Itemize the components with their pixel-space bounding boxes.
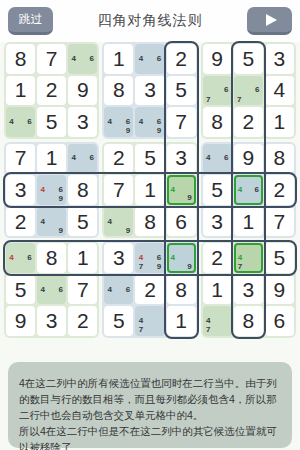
candidate-r5c2-2	[47, 176, 56, 185]
play-triangle-icon	[266, 14, 277, 26]
candidate-r7c5-2	[145, 244, 154, 253]
cell-r3c7[interactable]: 8	[203, 107, 232, 137]
candidate-r8c4-6: 6	[123, 285, 132, 294]
candidate-r1c5-5	[145, 54, 154, 63]
cell-r4c8[interactable]: 9	[234, 144, 263, 174]
candidate-r9c5-5	[145, 317, 154, 326]
box-3: 95367674821	[201, 42, 296, 139]
cell-r6c5[interactable]: 8	[135, 207, 164, 237]
candidate-r2c7-6: 6	[222, 86, 231, 95]
cell-r5c7[interactable]: 5	[203, 175, 232, 205]
candidate-r6c4-5	[114, 217, 123, 226]
cell-r1c8[interactable]: 5	[234, 44, 263, 74]
candidate-r6c2-3	[56, 208, 65, 217]
candidate-r5c8-6: 6	[253, 186, 261, 195]
candidate-r5c8-4: 4	[236, 186, 244, 195]
candidate-r1c3-2	[78, 45, 87, 54]
cell-r9c4[interactable]: 5	[104, 306, 133, 336]
candidate-r8c2-4: 4	[38, 285, 47, 294]
candidate-r7c8-7: 7	[236, 262, 244, 271]
cell-r6c8[interactable]: 1	[234, 207, 263, 237]
candidate-r8c4-2	[114, 276, 123, 285]
cell-r5c9[interactable]: 2	[265, 175, 294, 205]
cell-r7c6[interactable]: 49	[167, 243, 196, 273]
cell-r7c2[interactable]: 8	[37, 243, 66, 273]
candidate-r3c4-4: 4	[105, 117, 114, 126]
candidate-r7c6-3	[185, 245, 193, 254]
candidate-r8c2-9	[56, 294, 65, 303]
cell-r8c6[interactable]: 8	[167, 275, 196, 305]
cell-r5c2[interactable]: 469	[37, 175, 66, 205]
cell-r6c4[interactable]: 49	[104, 207, 133, 237]
candidate-r8c2-8	[47, 294, 56, 303]
page-title: 四角对角线法则	[98, 12, 203, 30]
candidate-r4c3-2	[78, 145, 87, 154]
candidate-r3c4-1	[105, 108, 114, 117]
cell-r6c7[interactable]: 3	[203, 207, 232, 237]
candidate-r2c8-8	[244, 95, 253, 104]
cell-r6c3[interactable]: 5	[68, 207, 97, 237]
candidate-r3c4-9: 9	[123, 126, 132, 135]
candidate-r7c6-2	[177, 245, 185, 254]
cell-r9c7[interactable]: 47	[203, 306, 232, 336]
candidate-r9c5-2	[145, 307, 154, 316]
candidate-r5c8-8	[244, 194, 252, 203]
cell-r3c2[interactable]: 5	[37, 107, 66, 137]
candidate-r2c8-9	[253, 95, 262, 104]
candidate-r8c4-1	[105, 276, 114, 285]
box-1: 87461294653	[4, 42, 99, 139]
cell-r4c7[interactable]: 46	[203, 144, 232, 174]
cell-r2c2[interactable]: 2	[37, 76, 66, 106]
candidate-r2c7-2	[213, 77, 222, 86]
cell-r3c6[interactable]: 7	[167, 107, 196, 137]
candidate-r8c4-5	[114, 285, 123, 294]
explanation-panel: 4在这二列中的所有候选位置也同时在二行当中。由于列的数目与行的数目相等，而且每列…	[8, 362, 292, 448]
candidate-r9c7-5	[213, 317, 222, 326]
candidate-r7c1-6: 6	[25, 254, 34, 263]
cell-r8c1[interactable]: 5	[6, 275, 35, 305]
candidate-r6c4-1	[105, 208, 114, 217]
cell-r2c3[interactable]: 9	[68, 76, 97, 106]
candidate-r6c4-7	[105, 226, 114, 235]
cell-r4c5[interactable]: 5	[135, 144, 164, 174]
candidate-r7c8-9	[253, 262, 261, 271]
candidate-r8c4-7	[105, 294, 114, 303]
skip-button[interactable]: 跳过	[8, 7, 53, 35]
candidate-r6c4-6	[123, 217, 132, 226]
cell-r2c7[interactable]: 67	[203, 76, 232, 106]
candidate-r2c8-2	[244, 77, 253, 86]
cell-r7c7[interactable]: 2	[203, 243, 232, 273]
candidate-r5c6-8	[177, 194, 185, 203]
cell-r8c7[interactable]: 1	[203, 275, 232, 305]
cell-r1c7[interactable]: 9	[203, 44, 232, 74]
cell-r3c4[interactable]: 469	[104, 107, 133, 137]
candidate-r1c3-3	[87, 45, 96, 54]
cell-r4c2[interactable]: 1	[37, 144, 66, 174]
candidate-r2c7-7: 7	[204, 95, 213, 104]
candidate-r2c8-5	[244, 86, 253, 95]
candidate-r5c2-1	[38, 176, 47, 185]
candidate-r6c4-4: 4	[105, 217, 114, 226]
candidate-r7c8-8	[244, 262, 252, 271]
candidate-r7c1-2	[16, 244, 25, 253]
candidate-r7c6-8	[177, 262, 185, 271]
cell-r8c4[interactable]: 46	[104, 275, 133, 305]
candidate-r3c1-9	[25, 126, 34, 135]
cell-r4c3[interactable]: 46	[68, 144, 97, 174]
candidate-r2c8-4	[235, 86, 244, 95]
candidate-r5c6-7	[169, 194, 177, 203]
candidate-r4c3-8	[78, 163, 87, 172]
candidate-r3c1-6: 6	[25, 117, 34, 126]
cell-r1c1[interactable]: 8	[6, 44, 35, 74]
cell-r7c1[interactable]: 46	[6, 243, 35, 273]
candidate-r3c5-5	[145, 117, 154, 126]
candidate-r4c7-9	[222, 163, 231, 172]
cell-r5c4[interactable]: 7	[104, 175, 133, 205]
cell-r9c9[interactable]: 6	[265, 306, 294, 336]
explanation-paragraph-2: 所以4在这二行中但是不在这二列中的其它候选位置就可以被移除了。	[19, 423, 281, 450]
candidate-r9c5-8	[145, 326, 154, 335]
candidate-r8c2-3	[56, 276, 65, 285]
top-bar: 跳过 四角对角线法则	[0, 0, 300, 42]
cell-r8c9[interactable]: 9	[265, 275, 294, 305]
candidate-r4c3-5	[78, 154, 87, 163]
candidate-r1c5-1	[136, 45, 145, 54]
cell-r6c2[interactable]: 49	[37, 207, 66, 237]
cell-r6c6[interactable]: 6	[167, 207, 196, 237]
candidate-r3c5-8	[145, 126, 154, 135]
candidate-r7c1-7	[7, 263, 16, 272]
candidate-r1c5-4: 4	[136, 54, 145, 63]
candidate-r2c7-9	[222, 95, 231, 104]
candidate-r8c2-1	[38, 276, 47, 285]
cell-r5c6[interactable]: 49	[167, 175, 196, 205]
candidate-r8c4-3	[123, 276, 132, 285]
candidate-r5c6-2	[177, 177, 185, 186]
box-6: 46985462317	[201, 142, 296, 239]
box-4: 7146346982495	[4, 142, 99, 239]
cell-r2c6[interactable]: 5	[167, 76, 196, 106]
box-7: 46815467932	[4, 241, 99, 338]
candidate-r9c7-3	[222, 307, 231, 316]
candidate-r1c5-8	[145, 63, 154, 72]
candidate-r5c2-8	[47, 195, 56, 204]
cell-r2c8[interactable]: 67	[234, 76, 263, 106]
candidate-r4c7-7	[204, 163, 213, 172]
candidate-r9c5-3	[155, 307, 164, 316]
candidate-r6c4-3	[123, 208, 132, 217]
candidate-r6c2-6	[56, 217, 65, 226]
cell-r5c5[interactable]: 1	[135, 175, 164, 205]
cell-r4c1[interactable]: 7	[6, 144, 35, 174]
candidate-r1c5-2	[145, 45, 154, 54]
candidate-r2c7-1	[204, 77, 213, 86]
cell-r4c6[interactable]: 3	[167, 144, 196, 174]
cell-r2c5[interactable]: 3	[135, 76, 164, 106]
candidate-r7c1-4: 4	[7, 254, 16, 263]
candidate-r9c7-9	[222, 326, 231, 335]
cell-r1c5[interactable]: 46	[135, 44, 164, 74]
candidate-r7c8-3	[253, 245, 261, 254]
cell-r1c3[interactable]: 46	[68, 44, 97, 74]
candidate-r3c4-8	[114, 126, 123, 135]
candidate-r6c2-1	[38, 208, 47, 217]
candidate-r1c5-3	[155, 45, 164, 54]
candidate-r5c6-9: 9	[185, 194, 193, 203]
candidate-r5c6-5	[177, 186, 185, 195]
candidate-r9c7-2	[213, 307, 222, 316]
cell-r9c8[interactable]: 8	[234, 306, 263, 336]
candidate-r4c7-8	[213, 163, 222, 172]
candidate-r6c2-4: 4	[38, 217, 47, 226]
candidate-r2c7-8	[213, 95, 222, 104]
cell-r9c1[interactable]: 9	[6, 306, 35, 336]
cell-r2c4[interactable]: 8	[104, 76, 133, 106]
candidate-r7c5-9: 9	[155, 263, 164, 272]
candidate-r5c8-9	[253, 194, 261, 203]
candidate-r6c2-8	[47, 226, 56, 235]
candidate-r4c7-6: 6	[222, 154, 231, 163]
candidate-r4c7-4: 4	[204, 154, 213, 163]
candidate-r6c2-2	[47, 208, 56, 217]
candidate-r7c6-4: 4	[169, 254, 177, 263]
candidate-r8c4-8	[114, 294, 123, 303]
cell-r3c3[interactable]: 3	[68, 107, 97, 137]
cell-r3c1[interactable]: 46	[6, 107, 35, 137]
candidate-r9c5-7: 7	[136, 326, 145, 335]
cell-r2c9[interactable]: 4	[265, 76, 294, 106]
cell-r1c4[interactable]: 1	[104, 44, 133, 74]
cell-r8c3[interactable]: 7	[68, 275, 97, 305]
play-button[interactable]	[247, 7, 292, 35]
candidate-r3c5-1	[136, 108, 145, 117]
cell-r4c4[interactable]: 2	[104, 144, 133, 174]
candidate-r3c5-2	[145, 108, 154, 117]
cell-r8c5[interactable]: 2	[135, 275, 164, 305]
candidate-r3c5-3	[155, 108, 164, 117]
candidate-r4c7-5	[213, 154, 222, 163]
candidate-r6c4-9: 9	[123, 226, 132, 235]
candidate-r8c4-9	[123, 294, 132, 303]
candidate-r3c1-3	[25, 108, 34, 117]
candidate-r4c7-2	[213, 145, 222, 154]
cell-r8c8[interactable]: 3	[234, 275, 263, 305]
cell-r4c9[interactable]: 8	[265, 144, 294, 174]
candidate-r5c2-9: 9	[56, 195, 65, 204]
cell-r7c5[interactable]: 4679	[135, 243, 164, 273]
candidate-r7c1-8	[16, 263, 25, 272]
candidate-r7c5-5	[145, 254, 154, 263]
candidate-r9c7-6	[222, 317, 231, 326]
candidate-r2c7-4	[204, 86, 213, 95]
box-9: 24751394786	[201, 241, 296, 338]
candidate-r4c3-9	[87, 163, 96, 172]
candidate-r5c2-7	[38, 195, 47, 204]
cell-r9c2[interactable]: 3	[37, 306, 66, 336]
candidate-r6c2-9: 9	[56, 226, 65, 235]
candidate-r4c3-6: 6	[87, 154, 96, 163]
candidate-r5c6-4: 4	[169, 186, 177, 195]
candidate-r3c1-2	[16, 108, 25, 117]
candidate-r1c3-4: 4	[69, 54, 78, 63]
cell-r5c3[interactable]: 8	[68, 175, 97, 205]
candidate-r6c2-7	[38, 226, 47, 235]
candidate-r5c2-4: 4	[38, 185, 47, 194]
candidate-r7c6-9: 9	[185, 262, 193, 271]
candidate-r7c6-7	[169, 262, 177, 271]
candidate-r8c2-6: 6	[56, 285, 65, 294]
candidate-r7c1-5	[16, 254, 25, 263]
candidate-r3c5-4: 4	[136, 117, 145, 126]
cell-r7c4[interactable]: 3	[104, 243, 133, 273]
cell-r8c2[interactable]: 46	[37, 275, 66, 305]
candidate-r7c8-5	[244, 254, 252, 263]
candidate-r3c1-8	[16, 126, 25, 135]
candidate-r5c8-5	[244, 186, 252, 195]
box-5: 25371494986	[102, 142, 197, 239]
candidate-r3c5-7	[136, 126, 145, 135]
candidate-r4c3-7	[69, 163, 78, 172]
candidate-r3c4-3	[123, 108, 132, 117]
candidate-r8c2-7	[38, 294, 47, 303]
cell-r7c8[interactable]: 47	[234, 243, 263, 273]
candidate-r2c8-1	[235, 77, 244, 86]
candidate-r8c2-2	[47, 276, 56, 285]
candidate-r3c4-7	[105, 126, 114, 135]
skip-button-label: 跳过	[19, 11, 43, 28]
candidate-r3c4-5	[114, 117, 123, 126]
cell-r3c5[interactable]: 469	[135, 107, 164, 137]
cell-r1c2[interactable]: 7	[37, 44, 66, 74]
candidate-r3c5-9: 9	[155, 126, 164, 135]
candidate-r7c8-2	[244, 245, 252, 254]
candidate-r5c8-7	[236, 194, 244, 203]
candidate-r1c3-8	[78, 63, 87, 72]
candidate-r1c5-6: 6	[155, 54, 164, 63]
cell-r1c6[interactable]: 2	[167, 44, 196, 74]
candidate-r7c5-7: 7	[136, 263, 145, 272]
candidate-r1c3-5	[78, 54, 87, 63]
cell-r6c1[interactable]: 2	[6, 207, 35, 237]
cell-r6c9[interactable]: 7	[265, 207, 294, 237]
candidate-r5c6-3	[185, 177, 193, 186]
candidate-r3c4-2	[114, 108, 123, 117]
cell-r9c6[interactable]: 1	[167, 306, 196, 336]
candidate-r9c7-8	[213, 326, 222, 335]
sudoku-board: 8746129465314628354694697953676748217146…	[4, 42, 296, 338]
candidate-r1c5-7	[136, 63, 145, 72]
candidate-r5c2-3	[56, 176, 65, 185]
box-2: 14628354694697	[102, 42, 197, 139]
candidate-r3c1-1	[7, 108, 16, 117]
box-8: 346794946285471	[102, 241, 197, 338]
cell-r9c3[interactable]: 2	[68, 306, 97, 336]
candidate-r3c1-7	[7, 126, 16, 135]
candidate-r1c3-7	[69, 63, 78, 72]
candidate-r6c2-5	[47, 217, 56, 226]
cell-r1c9[interactable]: 3	[265, 44, 294, 74]
candidate-r2c8-6: 6	[253, 86, 262, 95]
candidate-r5c2-5	[47, 185, 56, 194]
cell-r5c1[interactable]: 3	[6, 175, 35, 205]
cell-r3c8[interactable]: 2	[234, 107, 263, 137]
candidate-r7c8-6	[253, 254, 261, 263]
candidate-r1c5-9	[155, 63, 164, 72]
candidate-r5c8-2	[244, 177, 252, 186]
candidate-r2c7-5	[213, 86, 222, 95]
candidate-r7c6-5	[177, 254, 185, 263]
candidate-r9c7-7: 7	[204, 326, 213, 335]
candidate-r3c1-5	[16, 117, 25, 126]
candidate-r8c2-5	[47, 285, 56, 294]
candidate-r7c1-9	[25, 263, 34, 272]
cell-r7c9[interactable]: 5	[265, 243, 294, 273]
candidate-r1c3-9	[87, 63, 96, 72]
candidate-r1c3-6: 6	[87, 54, 96, 63]
candidate-r9c5-6	[155, 317, 164, 326]
candidate-r8c4-4: 4	[105, 285, 114, 294]
cell-r9c5[interactable]: 47	[135, 306, 164, 336]
candidate-r7c5-8	[145, 263, 154, 272]
candidate-r2c8-7: 7	[235, 95, 244, 104]
cell-r5c8[interactable]: 46	[234, 175, 263, 205]
candidate-r9c5-9	[155, 326, 164, 335]
cell-r7c3[interactable]: 1	[68, 243, 97, 273]
candidate-r4c3-4: 4	[69, 154, 78, 163]
candidate-r3c1-4: 4	[7, 117, 16, 126]
candidate-r6c4-8	[114, 226, 123, 235]
candidate-r1c3-1	[69, 45, 78, 54]
candidate-r6c4-2	[114, 208, 123, 217]
cell-r2c1[interactable]: 1	[6, 76, 35, 106]
explanation-paragraph-1: 4在这二列中的所有候选位置也同时在二行当中。由于列的数目与行的数目相等，而且每列…	[19, 375, 281, 423]
cell-r3c9[interactable]: 1	[265, 107, 294, 137]
